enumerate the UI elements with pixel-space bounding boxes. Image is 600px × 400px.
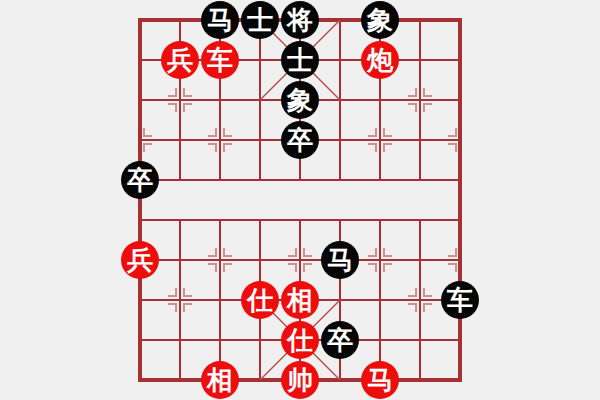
- point-8-7[interactable]: 车: [440, 280, 480, 320]
- point-3-8[interactable]: [240, 320, 280, 360]
- point-7-2[interactable]: [400, 80, 440, 120]
- xiangqi-board: 马士将象兵车士炮象卒卒兵马仕相车仕卒相帅马: [0, 0, 600, 400]
- point-4-0[interactable]: 将: [280, 0, 320, 40]
- point-3-0[interactable]: 士: [240, 0, 280, 40]
- point-0-6[interactable]: 兵: [120, 240, 160, 280]
- point-2-3[interactable]: [200, 120, 240, 160]
- point-4-3[interactable]: 卒: [280, 120, 320, 160]
- point-0-8[interactable]: [120, 320, 160, 360]
- point-0-4[interactable]: 卒: [120, 160, 160, 200]
- point-3-2[interactable]: [240, 80, 280, 120]
- point-5-8[interactable]: 卒: [320, 320, 360, 360]
- piece-glyph: 兵: [127, 247, 153, 273]
- piece-red-elephant[interactable]: 相: [281, 281, 319, 319]
- point-1-0[interactable]: [160, 0, 200, 40]
- point-8-1[interactable]: [440, 40, 480, 80]
- point-7-9[interactable]: [400, 360, 440, 400]
- point-0-5[interactable]: [120, 200, 160, 240]
- point-8-8[interactable]: [440, 320, 480, 360]
- piece-red-elephant[interactable]: 相: [201, 361, 239, 399]
- point-5-5[interactable]: [320, 200, 360, 240]
- piece-black-pawn[interactable]: 卒: [121, 161, 159, 199]
- point-8-5[interactable]: [440, 200, 480, 240]
- point-6-4[interactable]: [360, 160, 400, 200]
- piece-glyph: 卒: [327, 327, 353, 353]
- point-3-1[interactable]: [240, 40, 280, 80]
- point-3-9[interactable]: [240, 360, 280, 400]
- point-3-5[interactable]: [240, 200, 280, 240]
- piece-glyph: 士: [287, 47, 313, 73]
- piece-glyph: 车: [207, 47, 233, 73]
- point-1-2[interactable]: [160, 80, 200, 120]
- piece-black-elephant[interactable]: 象: [361, 1, 399, 39]
- point-5-3[interactable]: [320, 120, 360, 160]
- point-4-2[interactable]: 象: [280, 80, 320, 120]
- point-6-9[interactable]: 马: [360, 360, 400, 400]
- point-0-9[interactable]: [120, 360, 160, 400]
- piece-black-advisor[interactable]: 士: [281, 41, 319, 79]
- point-8-0[interactable]: [440, 0, 480, 40]
- point-5-9[interactable]: [320, 360, 360, 400]
- point-2-7[interactable]: [200, 280, 240, 320]
- point-7-4[interactable]: [400, 160, 440, 200]
- point-6-7[interactable]: [360, 280, 400, 320]
- point-1-6[interactable]: [160, 240, 200, 280]
- point-3-4[interactable]: [240, 160, 280, 200]
- point-0-7[interactable]: [120, 280, 160, 320]
- point-7-8[interactable]: [400, 320, 440, 360]
- piece-glyph: 士: [247, 7, 273, 33]
- point-0-0[interactable]: [120, 0, 160, 40]
- point-2-9[interactable]: 相: [200, 360, 240, 400]
- piece-glyph: 马: [327, 247, 353, 273]
- piece-black-general[interactable]: 将: [281, 1, 319, 39]
- point-4-4[interactable]: [280, 160, 320, 200]
- piece-red-pawn[interactable]: 兵: [161, 41, 199, 79]
- point-4-1[interactable]: 士: [280, 40, 320, 80]
- point-4-7[interactable]: 相: [280, 280, 320, 320]
- piece-black-pawn[interactable]: 卒: [321, 321, 359, 359]
- point-3-6[interactable]: [240, 240, 280, 280]
- point-7-6[interactable]: [400, 240, 440, 280]
- point-2-2[interactable]: [200, 80, 240, 120]
- point-8-4[interactable]: [440, 160, 480, 200]
- point-5-1[interactable]: [320, 40, 360, 80]
- point-8-9[interactable]: [440, 360, 480, 400]
- piece-glyph: 仕: [247, 287, 273, 313]
- piece-glyph: 帅: [287, 367, 313, 393]
- point-2-1[interactable]: 车: [200, 40, 240, 80]
- point-1-9[interactable]: [160, 360, 200, 400]
- point-6-0[interactable]: 象: [360, 0, 400, 40]
- piece-glyph: 象: [367, 7, 393, 33]
- point-4-9[interactable]: 帅: [280, 360, 320, 400]
- piece-black-advisor[interactable]: 士: [241, 1, 279, 39]
- piece-red-pawn[interactable]: 兵: [121, 241, 159, 279]
- piece-glyph: 象: [287, 87, 313, 113]
- piece-glyph: 卒: [127, 167, 153, 193]
- point-2-0[interactable]: 马: [200, 0, 240, 40]
- point-6-5[interactable]: [360, 200, 400, 240]
- piece-red-horse[interactable]: 马: [361, 361, 399, 399]
- point-5-4[interactable]: [320, 160, 360, 200]
- point-1-5[interactable]: [160, 200, 200, 240]
- point-6-1[interactable]: 炮: [360, 40, 400, 80]
- piece-black-pawn[interactable]: 卒: [281, 121, 319, 159]
- point-7-0[interactable]: [400, 0, 440, 40]
- piece-glyph: 炮: [367, 47, 393, 73]
- point-0-2[interactable]: [120, 80, 160, 120]
- point-7-1[interactable]: [400, 40, 440, 80]
- point-2-5[interactable]: [200, 200, 240, 240]
- point-0-3[interactable]: [120, 120, 160, 160]
- point-5-7[interactable]: [320, 280, 360, 320]
- piece-glyph: 相: [287, 287, 313, 313]
- piece-glyph: 将: [287, 7, 313, 33]
- point-0-1[interactable]: [120, 40, 160, 80]
- point-8-2[interactable]: [440, 80, 480, 120]
- point-1-8[interactable]: [160, 320, 200, 360]
- piece-glyph: 仕: [287, 327, 313, 353]
- point-1-3[interactable]: [160, 120, 200, 160]
- point-1-4[interactable]: [160, 160, 200, 200]
- piece-black-chariot[interactable]: 车: [441, 281, 479, 319]
- piece-glyph: 相: [207, 367, 233, 393]
- point-5-6[interactable]: 马: [320, 240, 360, 280]
- piece-black-horse[interactable]: 马: [321, 241, 359, 279]
- point-5-0[interactable]: [320, 0, 360, 40]
- point-8-3[interactable]: [440, 120, 480, 160]
- point-4-8[interactable]: 仕: [280, 320, 320, 360]
- piece-red-chariot[interactable]: 车: [201, 41, 239, 79]
- point-6-2[interactable]: [360, 80, 400, 120]
- point-6-8[interactable]: [360, 320, 400, 360]
- piece-glyph: 车: [447, 287, 473, 313]
- point-7-5[interactable]: [400, 200, 440, 240]
- piece-glyph: 兵: [167, 47, 193, 73]
- point-6-3[interactable]: [360, 120, 400, 160]
- piece-red-cannon[interactable]: 炮: [361, 41, 399, 79]
- point-3-3[interactable]: [240, 120, 280, 160]
- point-1-1[interactable]: 兵: [160, 40, 200, 80]
- piece-glyph: 卒: [287, 127, 313, 153]
- point-7-3[interactable]: [400, 120, 440, 160]
- piece-red-general[interactable]: 帅: [281, 361, 319, 399]
- point-4-5[interactable]: [280, 200, 320, 240]
- piece-glyph: 马: [207, 7, 233, 33]
- point-7-7[interactable]: [400, 280, 440, 320]
- point-5-2[interactable]: [320, 80, 360, 120]
- point-4-6[interactable]: [280, 240, 320, 280]
- piece-glyph: 马: [367, 367, 393, 393]
- point-1-7[interactable]: [160, 280, 200, 320]
- point-2-6[interactable]: [200, 240, 240, 280]
- piece-red-advisor[interactable]: 仕: [281, 321, 319, 359]
- point-2-4[interactable]: [200, 160, 240, 200]
- point-8-6[interactable]: [440, 240, 480, 280]
- piece-black-horse[interactable]: 马: [201, 1, 239, 39]
- point-6-6[interactable]: [360, 240, 400, 280]
- board-grid: 马士将象兵车士炮象卒卒兵马仕相车仕卒相帅马: [120, 0, 480, 400]
- point-2-8[interactable]: [200, 320, 240, 360]
- point-3-7[interactable]: 仕: [240, 280, 280, 320]
- piece-red-advisor[interactable]: 仕: [241, 281, 279, 319]
- piece-black-elephant[interactable]: 象: [281, 81, 319, 119]
